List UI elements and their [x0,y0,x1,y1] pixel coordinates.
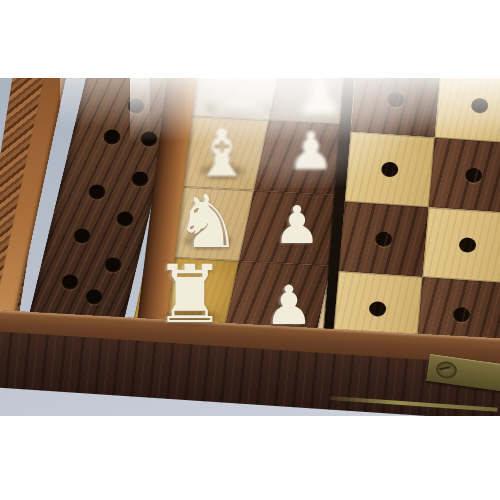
board-square [351,78,441,138]
board-photo: ♚♟♝♟♞♟♜♟ [0,78,500,416]
peg-hole [464,167,482,183]
cribbage-peg-hole [89,185,106,200]
peg-hole [452,307,470,323]
cribbage-peg-hole [117,212,134,227]
chessboard-leaf-right [333,78,500,359]
chess-piece-white-rook: ♜ [154,255,226,335]
chess-piece-white-pawn-2: ♟ [288,125,335,177]
cribbage-peg-hole [141,132,158,147]
peg-hole [471,98,489,114]
cribbage-peg-hole [74,229,91,244]
chess-piece-white-pawn-4: ♟ [265,279,313,333]
cribbage-peg-hole [105,258,122,273]
chess-piece-white-bishop: ♝ [192,121,251,187]
board-square [435,78,500,143]
board-square [339,201,429,277]
brass-screw [435,360,458,380]
board-square [429,138,500,214]
cribbage-peg-hole [104,130,121,145]
cribbage-peg-hole [132,172,149,187]
chess-piece-white-pawn-1: ♟ [294,78,346,124]
cribbage-peg-hole [62,275,79,290]
peg-hole [381,161,399,177]
peg-hole [387,92,405,108]
photo-canvas: ♚♟♝♟♞♟♜♟ [0,0,500,500]
peg-hole [375,231,393,247]
chess-piece-white-knight: ♞ [175,184,241,258]
cribbage-peg-hole [86,290,103,305]
board-square [423,207,500,283]
cribbage-peg-hole [128,99,145,114]
peg-hole [368,301,386,317]
board-square [345,132,435,208]
chess-piece-white-pawn-3: ♟ [274,199,321,251]
peg-hole [458,237,476,253]
